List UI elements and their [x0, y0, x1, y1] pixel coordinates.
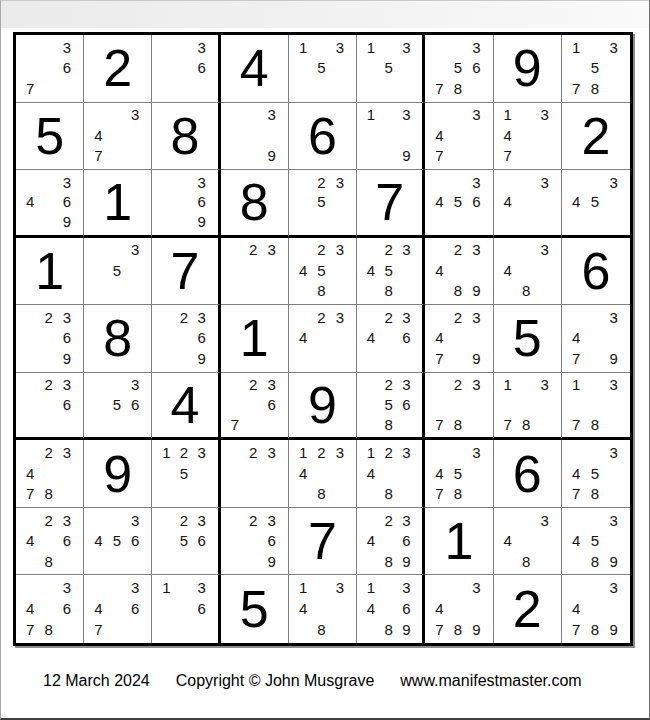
candidate-6: 6: [193, 530, 211, 551]
cell-r9c7[interactable]: 34789: [425, 575, 493, 643]
candidate-5: 5: [449, 463, 467, 484]
candidate-9: 9: [58, 348, 76, 369]
candidate-2: 2: [380, 307, 398, 328]
cell-r8c5[interactable]: 7: [289, 508, 357, 576]
candidate-3: 3: [398, 442, 416, 463]
candidate-5: 5: [108, 260, 126, 281]
pencil-marks: 1235: [152, 440, 217, 507]
pencil-marks: 34589: [562, 508, 630, 575]
pencil-marks: 3456: [425, 170, 492, 235]
pencil-marks: 2378: [425, 373, 492, 438]
cell-r7c2[interactable]: 9: [84, 440, 152, 508]
website-link[interactable]: www.manifestmaster.com: [400, 672, 581, 690]
cell-r8c4[interactable]: 2369: [221, 508, 289, 576]
pencil-marks: 23458: [289, 238, 356, 305]
cell-r5c1[interactable]: 2369: [16, 305, 84, 373]
candidate-7: 7: [567, 78, 586, 99]
candidate-3: 3: [58, 307, 76, 328]
candidate-3: 3: [398, 240, 416, 261]
candidate-3: 3: [398, 307, 416, 328]
candidate-3: 3: [58, 172, 76, 192]
candidate-7: 7: [430, 619, 448, 640]
cell-r6c3[interactable]: 4: [152, 373, 220, 441]
candidate-4: 4: [567, 328, 586, 349]
candidate-4: 4: [362, 463, 380, 484]
candidate-8: 8: [39, 619, 57, 640]
candidate-4: 4: [430, 463, 448, 484]
candidate-3: 3: [262, 240, 280, 261]
candidate-2: 2: [244, 375, 262, 395]
cell-r5c8[interactable]: 5: [494, 305, 562, 373]
candidate-1: 1: [567, 37, 586, 58]
candidate-2: 2: [39, 307, 57, 328]
pencil-marks: 34678: [16, 575, 83, 643]
candidate-6: 6: [398, 328, 416, 349]
given-digit: 5: [494, 305, 561, 372]
cell-r2c7[interactable]: 347: [425, 103, 493, 171]
candidate-7: 7: [499, 414, 517, 434]
candidate-3: 3: [535, 105, 553, 126]
candidate-3: 3: [467, 172, 485, 192]
candidate-8: 8: [449, 483, 467, 504]
candidate-8: 8: [380, 483, 398, 504]
cell-r9c2[interactable]: 3467: [84, 575, 152, 643]
candidate-4: 4: [21, 530, 39, 551]
candidate-6: 6: [262, 395, 280, 415]
candidate-2: 2: [312, 240, 330, 261]
cell-r9c4[interactable]: 5: [221, 575, 289, 643]
candidate-3: 3: [467, 577, 485, 598]
cell-r7c9[interactable]: 34578: [562, 440, 630, 508]
candidate-2: 2: [39, 375, 57, 395]
cell-r4c1[interactable]: 1: [16, 238, 84, 306]
candidate-3: 3: [604, 442, 623, 463]
candidate-2: 2: [380, 442, 398, 463]
cell-r4c9[interactable]: 6: [562, 238, 630, 306]
candidate-3: 3: [126, 510, 144, 531]
candidate-5: 5: [449, 192, 467, 212]
candidate-7: 7: [567, 619, 586, 640]
pencil-marks: 369: [152, 170, 217, 235]
cell-r6c8[interactable]: 1378: [494, 373, 562, 441]
candidate-6: 6: [262, 530, 280, 551]
candidate-6: 6: [398, 530, 416, 551]
candidate-5: 5: [586, 463, 605, 484]
given-digit: 6: [289, 103, 356, 170]
candidate-2: 2: [449, 240, 467, 261]
candidate-9: 9: [467, 281, 485, 302]
cell-r9c1[interactable]: 34678: [16, 575, 84, 643]
candidate-6: 6: [193, 598, 211, 619]
cell-r3c2[interactable]: 1: [84, 170, 152, 238]
cell-r6c4[interactable]: 2367: [221, 373, 289, 441]
candidate-4: 4: [499, 192, 517, 212]
candidate-3: 3: [126, 105, 144, 126]
candidate-2: 2: [175, 442, 193, 463]
candidate-4: 4: [430, 598, 448, 619]
cell-r8c7[interactable]: 1: [425, 508, 493, 576]
pencil-marks: 1348: [289, 575, 356, 643]
cell-r8c1[interactable]: 23468: [16, 508, 84, 576]
cell-r8c6[interactable]: 234689: [357, 508, 425, 576]
cell-r3c4[interactable]: 8: [221, 170, 289, 238]
cell-r7c8[interactable]: 6: [494, 440, 562, 508]
cell-r5c9[interactable]: 3479: [562, 305, 630, 373]
cell-r6c5[interactable]: 9: [289, 373, 357, 441]
cell-r5c4[interactable]: 1: [221, 305, 289, 373]
candidate-3: 3: [535, 510, 553, 531]
pencil-marks: 367: [16, 35, 83, 102]
window-top-bar: [1, 1, 649, 28]
candidate-2: 2: [39, 510, 57, 531]
candidate-2: 2: [175, 307, 193, 328]
pencil-marks: 345: [562, 170, 630, 235]
given-digit: 9: [84, 440, 151, 507]
candidate-2: 2: [244, 442, 262, 463]
cell-r7c1[interactable]: 23478: [16, 440, 84, 508]
cell-r7c6[interactable]: 12348: [357, 440, 425, 508]
candidate-4: 4: [567, 530, 586, 551]
candidate-8: 8: [586, 78, 605, 99]
candidate-5: 5: [175, 530, 193, 551]
pencil-marks: 13578: [562, 35, 630, 102]
candidate-8: 8: [586, 414, 605, 434]
given-digit: 5: [221, 575, 288, 643]
pencil-marks: 35678: [425, 35, 492, 102]
candidate-3: 3: [193, 577, 211, 598]
cell-r2c6[interactable]: 139: [357, 103, 425, 171]
candidate-7: 7: [430, 483, 448, 504]
candidate-6: 6: [398, 598, 416, 619]
candidate-3: 3: [331, 240, 349, 261]
candidate-9: 9: [193, 348, 211, 369]
cell-r4c3[interactable]: 7: [152, 238, 220, 306]
candidate-5: 5: [586, 192, 605, 212]
candidate-8: 8: [517, 551, 535, 572]
candidate-6: 6: [58, 598, 76, 619]
candidate-3: 3: [604, 577, 623, 598]
given-digit: 7: [289, 508, 356, 575]
cell-r7c7[interactable]: 34578: [425, 440, 493, 508]
cell-r8c2[interactable]: 3456: [84, 508, 152, 576]
candidate-6: 6: [467, 58, 485, 79]
pencil-marks: 235: [289, 170, 356, 235]
candidate-8: 8: [380, 281, 398, 302]
candidate-6: 6: [467, 192, 485, 212]
candidate-7: 7: [21, 78, 39, 99]
candidate-3: 3: [58, 37, 76, 58]
candidate-3: 3: [126, 577, 144, 598]
cell-r1c7[interactable]: 35678: [425, 35, 493, 103]
candidate-4: 4: [362, 530, 380, 551]
cell-r9c5[interactable]: 1348: [289, 575, 357, 643]
given-digit: 1: [84, 170, 151, 235]
cell-r3c9[interactable]: 345: [562, 170, 630, 238]
candidate-3: 3: [398, 577, 416, 598]
cell-r2c1[interactable]: 5: [16, 103, 84, 171]
candidate-7: 7: [226, 414, 244, 434]
candidate-4: 4: [21, 463, 39, 484]
candidate-3: 3: [398, 37, 416, 58]
pencil-marks: 34578: [425, 440, 492, 507]
candidate-3: 3: [262, 442, 280, 463]
cell-r5c5[interactable]: 234: [289, 305, 357, 373]
candidate-6: 6: [58, 530, 76, 551]
cell-r3c7[interactable]: 3456: [425, 170, 493, 238]
candidate-7: 7: [89, 146, 107, 167]
candidate-2: 2: [312, 172, 330, 192]
given-digit: 6: [562, 238, 630, 305]
cell-r1c9[interactable]: 13578: [562, 35, 630, 103]
candidate-3: 3: [398, 105, 416, 126]
cell-r6c1[interactable]: 236: [16, 373, 84, 441]
candidate-6: 6: [58, 192, 76, 212]
cell-r4c8[interactable]: 348: [494, 238, 562, 306]
candidate-3: 3: [193, 307, 211, 328]
candidate-9: 9: [262, 551, 280, 572]
candidate-9: 9: [467, 348, 485, 369]
cell-r5c6[interactable]: 2346: [357, 305, 425, 373]
given-digit: 1: [425, 508, 492, 575]
candidate-1: 1: [362, 577, 380, 598]
cell-r8c8[interactable]: 348: [494, 508, 562, 576]
candidate-4: 4: [499, 530, 517, 551]
cell-r4c7[interactable]: 23489: [425, 238, 493, 306]
candidate-5: 5: [108, 530, 126, 551]
candidate-3: 3: [398, 375, 416, 395]
candidate-3: 3: [467, 105, 485, 126]
candidate-3: 3: [58, 375, 76, 395]
candidate-3: 3: [193, 510, 211, 531]
candidate-3: 3: [467, 37, 485, 58]
candidate-6: 6: [58, 395, 76, 415]
candidate-1: 1: [294, 577, 312, 598]
pencil-marks: 234: [289, 305, 356, 372]
pencil-marks: 236: [16, 373, 83, 438]
candidate-2: 2: [244, 510, 262, 531]
candidate-3: 3: [398, 510, 416, 531]
pencil-marks: 23468: [16, 508, 83, 575]
sudoku-board: 3672364135135356789135785347839613934713…: [13, 32, 633, 646]
candidate-2: 2: [449, 375, 467, 395]
candidate-5: 5: [380, 58, 398, 79]
pencil-marks: 3467: [84, 575, 151, 643]
cell-r2c3[interactable]: 8: [152, 103, 220, 171]
pencil-marks: 2369: [16, 305, 83, 372]
cell-r1c4[interactable]: 4: [221, 35, 289, 103]
candidate-5: 5: [108, 395, 126, 415]
candidate-1: 1: [157, 577, 175, 598]
given-digit: 1: [16, 238, 83, 305]
candidate-3: 3: [331, 172, 349, 192]
candidate-5: 5: [380, 395, 398, 415]
candidate-3: 3: [604, 510, 623, 531]
pencil-marks: 34789: [425, 575, 492, 643]
candidate-3: 3: [535, 172, 553, 192]
cell-r6c9[interactable]: 1378: [562, 373, 630, 441]
pencil-marks: 348: [494, 238, 561, 305]
candidate-1: 1: [294, 442, 312, 463]
cell-r8c3[interactable]: 2356: [152, 508, 220, 576]
candidate-3: 3: [604, 307, 623, 328]
given-digit: 2: [562, 103, 630, 170]
cell-r2c5[interactable]: 6: [289, 103, 357, 171]
cell-r3c5[interactable]: 235: [289, 170, 357, 238]
candidate-3: 3: [331, 442, 349, 463]
cell-r4c5[interactable]: 23458: [289, 238, 357, 306]
given-digit: 2: [84, 35, 151, 102]
given-digit: 6: [494, 440, 561, 507]
candidate-1: 1: [362, 37, 380, 58]
cell-r1c5[interactable]: 135: [289, 35, 357, 103]
candidate-4: 4: [362, 260, 380, 281]
candidate-3: 3: [58, 442, 76, 463]
given-digit: 8: [221, 170, 288, 235]
cell-r3c6[interactable]: 7: [357, 170, 425, 238]
cell-r6c7[interactable]: 2378: [425, 373, 493, 441]
given-digit: 8: [152, 103, 217, 170]
candidate-3: 3: [193, 442, 211, 463]
candidate-3: 3: [467, 307, 485, 328]
cell-r1c2[interactable]: 2: [84, 35, 152, 103]
candidate-2: 2: [244, 240, 262, 261]
cell-r3c8[interactable]: 34: [494, 170, 562, 238]
candidate-8: 8: [39, 483, 57, 504]
cell-r1c3[interactable]: 36: [152, 35, 220, 103]
candidate-2: 2: [312, 307, 330, 328]
candidate-2: 2: [380, 510, 398, 531]
candidate-3: 3: [331, 307, 349, 328]
candidate-3: 3: [58, 510, 76, 531]
given-digit: 5: [16, 103, 83, 170]
candidate-3: 3: [535, 375, 553, 395]
cell-r6c6[interactable]: 23568: [357, 373, 425, 441]
cell-r1c6[interactable]: 135: [357, 35, 425, 103]
candidate-4: 4: [567, 598, 586, 619]
given-digit: 7: [357, 170, 422, 235]
candidate-4: 4: [21, 598, 39, 619]
pencil-marks: 39: [221, 103, 288, 170]
candidate-4: 4: [567, 463, 586, 484]
cell-r4c4[interactable]: 23: [221, 238, 289, 306]
candidate-9: 9: [604, 551, 623, 572]
cell-r8c9[interactable]: 34589: [562, 508, 630, 576]
candidate-5: 5: [312, 260, 330, 281]
candidate-9: 9: [398, 619, 416, 640]
candidate-6: 6: [193, 58, 211, 79]
cell-r9c9[interactable]: 34789: [562, 575, 630, 643]
cell-r2c4[interactable]: 39: [221, 103, 289, 171]
candidate-3: 3: [58, 577, 76, 598]
pencil-marks: 34: [494, 170, 561, 235]
candidate-7: 7: [567, 483, 586, 504]
candidate-8: 8: [586, 551, 605, 572]
candidate-6: 6: [126, 530, 144, 551]
cell-r7c4[interactable]: 23: [221, 440, 289, 508]
cell-r6c2[interactable]: 356: [84, 373, 152, 441]
cell-r1c1[interactable]: 367: [16, 35, 84, 103]
candidate-4: 4: [499, 260, 517, 281]
candidate-5: 5: [380, 260, 398, 281]
candidate-3: 3: [604, 375, 623, 395]
candidate-8: 8: [380, 551, 398, 572]
candidate-4: 4: [89, 125, 107, 146]
pencil-marks: 23568: [357, 373, 422, 438]
cell-r2c2[interactable]: 347: [84, 103, 152, 171]
pencil-marks: 23489: [425, 238, 492, 305]
candidate-3: 3: [262, 510, 280, 531]
pencil-marks: 2369: [221, 508, 288, 575]
candidate-8: 8: [312, 619, 330, 640]
candidate-7: 7: [430, 348, 448, 369]
candidate-1: 1: [294, 37, 312, 58]
candidate-3: 3: [262, 375, 280, 395]
candidate-2: 2: [449, 307, 467, 328]
pencil-marks: 23458: [357, 238, 422, 305]
pencil-marks: 2356: [152, 508, 217, 575]
cell-r7c5[interactable]: 12348: [289, 440, 357, 508]
candidate-5: 5: [586, 530, 605, 551]
candidate-8: 8: [449, 619, 467, 640]
candidate-4: 4: [430, 125, 448, 146]
pencil-marks: 23478: [16, 440, 83, 507]
cell-r9c3[interactable]: 136: [152, 575, 220, 643]
cell-r3c3[interactable]: 369: [152, 170, 220, 238]
pencil-marks: 356: [84, 373, 151, 438]
candidate-5: 5: [312, 192, 330, 212]
pencil-marks: 23479: [425, 305, 492, 372]
candidate-4: 4: [430, 328, 448, 349]
pencil-marks: 136: [152, 575, 217, 643]
cell-r5c3[interactable]: 2369: [152, 305, 220, 373]
candidate-4: 4: [89, 598, 107, 619]
cell-r4c2[interactable]: 35: [84, 238, 152, 306]
cell-r9c6[interactable]: 134689: [357, 575, 425, 643]
candidate-1: 1: [567, 375, 586, 395]
candidate-6: 6: [193, 328, 211, 349]
candidate-8: 8: [312, 483, 330, 504]
given-digit: 7: [152, 238, 217, 305]
pencil-marks: 34789: [562, 575, 630, 643]
candidate-5: 5: [586, 58, 605, 79]
cell-r5c2[interactable]: 8: [84, 305, 152, 373]
pencil-marks: 23: [221, 440, 288, 507]
cell-r3c1[interactable]: 3469: [16, 170, 84, 238]
candidate-2: 2: [380, 240, 398, 261]
candidate-6: 6: [126, 395, 144, 415]
candidate-3: 3: [467, 240, 485, 261]
candidate-8: 8: [586, 619, 605, 640]
candidate-4: 4: [362, 598, 380, 619]
pencil-marks: 1347: [494, 103, 561, 170]
cell-r4c6[interactable]: 23458: [357, 238, 425, 306]
copyright-text: Copyright © John Musgrave: [176, 672, 375, 690]
cell-r1c8[interactable]: 9: [494, 35, 562, 103]
candidate-4: 4: [362, 328, 380, 349]
cell-r2c9[interactable]: 2: [562, 103, 630, 171]
cell-r5c7[interactable]: 23479: [425, 305, 493, 373]
candidate-7: 7: [430, 146, 448, 167]
page: 3672364135135356789135785347839613934713…: [0, 0, 650, 720]
given-digit: 9: [494, 35, 561, 102]
candidate-8: 8: [449, 414, 467, 434]
candidate-9: 9: [193, 212, 211, 232]
pencil-marks: 35: [84, 238, 151, 305]
cell-r9c8[interactable]: 2: [494, 575, 562, 643]
cell-r7c3[interactable]: 1235: [152, 440, 220, 508]
cell-r2c8[interactable]: 1347: [494, 103, 562, 171]
puzzle-date: 12 March 2024: [43, 672, 150, 690]
